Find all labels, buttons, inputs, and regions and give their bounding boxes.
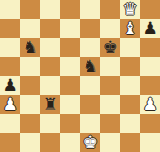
square-e7[interactable] xyxy=(80,19,100,38)
black-pawn: ♟ xyxy=(142,19,157,38)
square-g4[interactable] xyxy=(120,76,140,95)
square-c7[interactable] xyxy=(40,19,60,38)
square-a5[interactable] xyxy=(0,57,20,76)
square-h3[interactable]: ♟ xyxy=(140,95,160,114)
square-b7[interactable] xyxy=(20,19,40,38)
square-a8[interactable] xyxy=(0,0,20,19)
square-c6[interactable] xyxy=(40,38,60,57)
square-d5[interactable] xyxy=(60,57,80,76)
square-b2[interactable] xyxy=(20,114,40,133)
white-king: ♚ xyxy=(82,133,97,152)
square-g3[interactable] xyxy=(120,95,140,114)
square-b4[interactable] xyxy=(20,76,40,95)
square-d6[interactable] xyxy=(60,38,80,57)
square-f8[interactable] xyxy=(100,0,120,19)
square-g2[interactable] xyxy=(120,114,140,133)
black-rook: ♜ xyxy=(42,95,57,114)
square-e5[interactable]: ♞ xyxy=(80,57,100,76)
square-a1[interactable] xyxy=(0,133,20,152)
black-king: ♚ xyxy=(102,38,117,57)
square-a2[interactable] xyxy=(0,114,20,133)
square-h6[interactable] xyxy=(140,38,160,57)
black-knight: ♞ xyxy=(22,38,37,57)
chess-board: ♛♝♟♞♚♞♟♟♜♟♚ xyxy=(0,0,160,152)
square-f3[interactable] xyxy=(100,95,120,114)
square-g8[interactable]: ♛ xyxy=(120,0,140,19)
square-d8[interactable] xyxy=(60,0,80,19)
square-a7[interactable] xyxy=(0,19,20,38)
square-g1[interactable] xyxy=(120,133,140,152)
square-f5[interactable] xyxy=(100,57,120,76)
square-a6[interactable] xyxy=(0,38,20,57)
square-e6[interactable] xyxy=(80,38,100,57)
square-c2[interactable] xyxy=(40,114,60,133)
white-bishop: ♝ xyxy=(122,19,137,38)
square-g5[interactable] xyxy=(120,57,140,76)
white-pawn: ♟ xyxy=(2,95,17,114)
white-pawn: ♟ xyxy=(142,95,157,114)
square-h8[interactable] xyxy=(140,0,160,19)
square-b3[interactable] xyxy=(20,95,40,114)
square-b5[interactable] xyxy=(20,57,40,76)
square-c8[interactable] xyxy=(40,0,60,19)
square-a3[interactable]: ♟ xyxy=(0,95,20,114)
square-c4[interactable] xyxy=(40,76,60,95)
square-c5[interactable] xyxy=(40,57,60,76)
square-a4[interactable]: ♟ xyxy=(0,76,20,95)
square-b6[interactable]: ♞ xyxy=(20,38,40,57)
square-g7[interactable]: ♝ xyxy=(120,19,140,38)
square-f7[interactable] xyxy=(100,19,120,38)
square-c3[interactable]: ♜ xyxy=(40,95,60,114)
square-e3[interactable] xyxy=(80,95,100,114)
square-h7[interactable]: ♟ xyxy=(140,19,160,38)
black-pawn: ♟ xyxy=(2,76,17,95)
square-e4[interactable] xyxy=(80,76,100,95)
square-d7[interactable] xyxy=(60,19,80,38)
square-e8[interactable] xyxy=(80,0,100,19)
square-d4[interactable] xyxy=(60,76,80,95)
square-d2[interactable] xyxy=(60,114,80,133)
square-d3[interactable] xyxy=(60,95,80,114)
square-g6[interactable] xyxy=(120,38,140,57)
square-e1[interactable]: ♚ xyxy=(80,133,100,152)
square-d1[interactable] xyxy=(60,133,80,152)
square-h2[interactable] xyxy=(140,114,160,133)
square-f6[interactable]: ♚ xyxy=(100,38,120,57)
square-c1[interactable] xyxy=(40,133,60,152)
white-queen: ♛ xyxy=(122,0,137,19)
square-f1[interactable] xyxy=(100,133,120,152)
square-h4[interactable] xyxy=(140,76,160,95)
square-b8[interactable] xyxy=(20,0,40,19)
square-b1[interactable] xyxy=(20,133,40,152)
square-h1[interactable] xyxy=(140,133,160,152)
square-e2[interactable] xyxy=(80,114,100,133)
square-f4[interactable] xyxy=(100,76,120,95)
square-f2[interactable] xyxy=(100,114,120,133)
black-knight: ♞ xyxy=(82,57,97,76)
square-h5[interactable] xyxy=(140,57,160,76)
